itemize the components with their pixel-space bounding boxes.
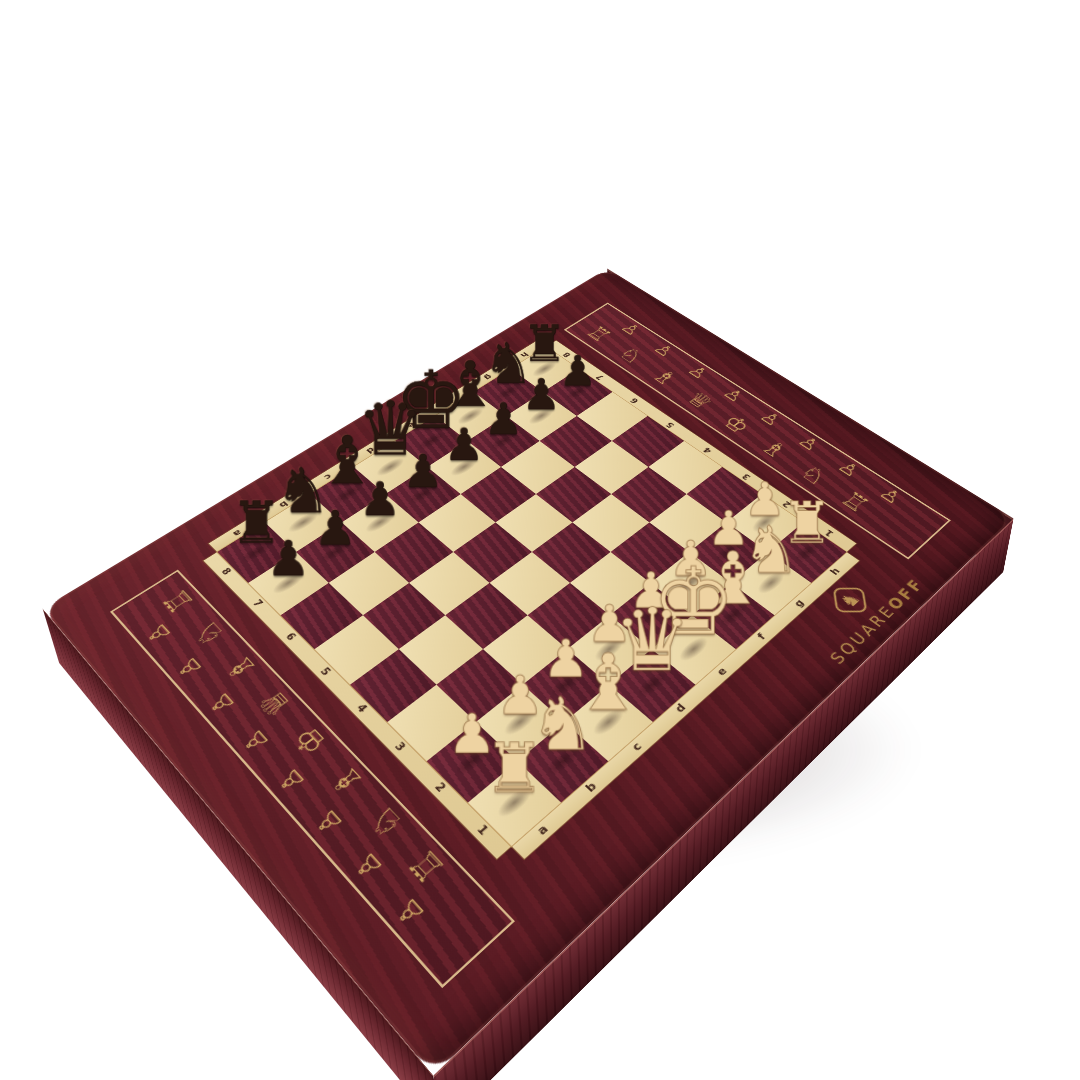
graveyard-piece-outline: ♗	[218, 649, 264, 687]
graveyard-piece-outline: ♕	[252, 683, 299, 723]
graveyard-pawn-outline: ♙	[346, 844, 392, 888]
graveyard-piece-outline: ♔	[286, 720, 334, 762]
piece-glyph: ♟	[228, 534, 350, 583]
piece-glyph: ♜	[444, 734, 585, 802]
graveyard-piece-outline: ♔	[717, 411, 755, 438]
graveyard-piece-outline: ♕	[681, 388, 718, 414]
graveyard-piece-outline: ♘	[361, 799, 411, 846]
graveyard-piece-outline: ♗	[755, 436, 794, 464]
graveyard-pawn-outline: ♙	[387, 889, 434, 936]
graveyard-pawn-outline: ♙	[235, 722, 277, 760]
chess-board-case: ♙♖♙♘♙♗♙♕♙♔♙♗♙♘♙♖ ♙♖♙♘♙♗♙♕♙♔♙♗♙♘♙♖ abcdef…	[43, 269, 1014, 1076]
graveyard-pawn-outline: ♙	[307, 801, 352, 843]
product-photo-scene: ♙♖♙♘♙♗♙♕♙♔♙♗♙♘♙♖ ♙♖♙♘♙♗♙♕♙♔♙♗♙♘♙♖ abcdef…	[0, 0, 1080, 1080]
graveyard-pawn-outline: ♙	[170, 650, 210, 684]
graveyard-piece-outline: ♖	[157, 583, 201, 618]
graveyard-pawn-outline: ♙	[201, 685, 242, 721]
graveyard-piece-outline: ♗	[646, 365, 683, 390]
graveyard-pawn-outline: ♙	[139, 617, 178, 650]
graveyard-piece-outline: ♗	[323, 758, 372, 802]
graveyard-piece-outline: ♖	[401, 841, 453, 890]
graveyard-piece-outline: ♘	[187, 615, 232, 651]
graveyard-pawn-outline: ♙	[270, 761, 313, 801]
